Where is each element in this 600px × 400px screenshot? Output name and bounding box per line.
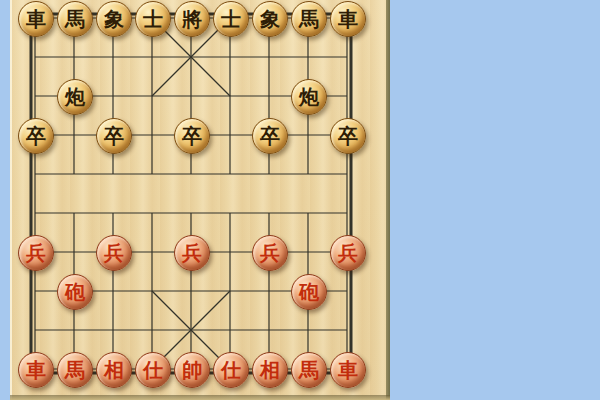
board-grid xyxy=(10,0,390,400)
piece-red-soldier[interactable]: 兵 xyxy=(252,235,288,271)
board-bottom-bevel xyxy=(10,395,390,400)
piece-red-advisor[interactable]: 仕 xyxy=(213,352,249,388)
piece-red-horse[interactable]: 馬 xyxy=(291,352,327,388)
piece-red-horse[interactable]: 馬 xyxy=(57,352,93,388)
piece-red-cannon[interactable]: 砲 xyxy=(291,274,327,310)
piece-black-advisor[interactable]: 士 xyxy=(135,1,171,37)
file-lines xyxy=(35,18,347,369)
piece-black-soldier[interactable]: 卒 xyxy=(18,118,54,154)
piece-red-soldier[interactable]: 兵 xyxy=(330,235,366,271)
piece-black-advisor[interactable]: 士 xyxy=(213,1,249,37)
piece-black-cannon[interactable]: 炮 xyxy=(57,79,93,115)
piece-red-cannon[interactable]: 砲 xyxy=(57,274,93,310)
piece-black-horse[interactable]: 馬 xyxy=(57,1,93,37)
piece-black-soldier[interactable]: 卒 xyxy=(330,118,366,154)
piece-black-soldier[interactable]: 卒 xyxy=(96,118,132,154)
xiangqi-board[interactable]: 車馬象士將士象馬車炮炮卒卒卒卒卒兵兵兵兵兵砲砲車馬相仕帥仕相馬車 xyxy=(10,0,390,400)
piece-red-soldier[interactable]: 兵 xyxy=(174,235,210,271)
piece-black-soldier[interactable]: 卒 xyxy=(174,118,210,154)
piece-red-soldier[interactable]: 兵 xyxy=(96,235,132,271)
piece-red-chariot[interactable]: 車 xyxy=(330,352,366,388)
piece-red-general[interactable]: 帥 xyxy=(174,352,210,388)
piece-black-elephant[interactable]: 象 xyxy=(96,1,132,37)
piece-black-horse[interactable]: 馬 xyxy=(291,1,327,37)
board-left-highlight xyxy=(10,0,12,400)
piece-red-elephant[interactable]: 相 xyxy=(96,352,132,388)
piece-red-elephant[interactable]: 相 xyxy=(252,352,288,388)
piece-black-soldier[interactable]: 卒 xyxy=(252,118,288,154)
piece-red-soldier[interactable]: 兵 xyxy=(18,235,54,271)
piece-black-chariot[interactable]: 車 xyxy=(330,1,366,37)
piece-red-advisor[interactable]: 仕 xyxy=(135,352,171,388)
piece-black-general[interactable]: 將 xyxy=(174,1,210,37)
piece-black-elephant[interactable]: 象 xyxy=(252,1,288,37)
piece-red-chariot[interactable]: 車 xyxy=(18,352,54,388)
board-right-bevel xyxy=(386,0,390,400)
piece-black-cannon[interactable]: 炮 xyxy=(291,79,327,115)
piece-black-chariot[interactable]: 車 xyxy=(18,1,54,37)
